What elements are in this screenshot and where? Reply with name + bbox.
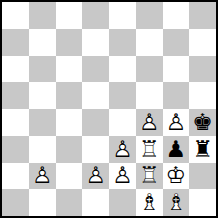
white-rook: ♜♖ bbox=[139, 138, 160, 161]
square-e7[interactable] bbox=[109, 29, 136, 56]
square-e6[interactable] bbox=[109, 56, 136, 83]
square-g6[interactable] bbox=[163, 56, 190, 83]
black-rook: ♜ bbox=[192, 138, 213, 161]
square-d8[interactable] bbox=[82, 2, 109, 29]
square-e8[interactable] bbox=[109, 2, 136, 29]
square-a4[interactable] bbox=[2, 109, 29, 136]
square-a8[interactable] bbox=[2, 2, 29, 29]
square-b8[interactable] bbox=[29, 2, 56, 29]
white-pawn: ♟♙ bbox=[139, 111, 160, 134]
square-c2[interactable] bbox=[56, 163, 83, 190]
square-a6[interactable] bbox=[2, 56, 29, 83]
black-pawn: ♟ bbox=[166, 138, 187, 161]
square-a2[interactable] bbox=[2, 163, 29, 190]
square-c6[interactable] bbox=[56, 56, 83, 83]
square-c8[interactable] bbox=[56, 2, 83, 29]
white-bishop: ♝♗ bbox=[139, 191, 160, 214]
square-d3[interactable] bbox=[82, 136, 109, 163]
square-f3[interactable]: ♜♖ bbox=[136, 136, 163, 163]
square-h3[interactable]: ♜ bbox=[189, 136, 216, 163]
square-c7[interactable] bbox=[56, 29, 83, 56]
square-c4[interactable] bbox=[56, 109, 83, 136]
square-g4[interactable]: ♟♙ bbox=[163, 109, 190, 136]
white-king: ♚♔ bbox=[166, 164, 187, 187]
square-f7[interactable] bbox=[136, 29, 163, 56]
square-b7[interactable] bbox=[29, 29, 56, 56]
white-pawn: ♟♙ bbox=[166, 111, 187, 134]
square-h1[interactable] bbox=[189, 189, 216, 216]
square-b3[interactable] bbox=[29, 136, 56, 163]
square-h7[interactable] bbox=[189, 29, 216, 56]
square-b5[interactable] bbox=[29, 82, 56, 109]
square-c1[interactable] bbox=[56, 189, 83, 216]
black-king: ♚ bbox=[192, 111, 213, 134]
chess-board: ♟♙♟♙♚♟♙♜♖♟♜♟♙♟♙♟♙♜♖♚♔♝♗♝♗ bbox=[0, 0, 218, 218]
square-e3[interactable]: ♟♙ bbox=[109, 136, 136, 163]
square-f1[interactable]: ♝♗ bbox=[136, 189, 163, 216]
square-b4[interactable] bbox=[29, 109, 56, 136]
white-bishop: ♝♗ bbox=[166, 191, 187, 214]
square-f4[interactable]: ♟♙ bbox=[136, 109, 163, 136]
square-d2[interactable]: ♟♙ bbox=[82, 163, 109, 190]
white-pawn: ♟♙ bbox=[32, 164, 53, 187]
square-g8[interactable] bbox=[163, 2, 190, 29]
square-f8[interactable] bbox=[136, 2, 163, 29]
square-g5[interactable] bbox=[163, 82, 190, 109]
square-h4[interactable]: ♚ bbox=[189, 109, 216, 136]
square-h6[interactable] bbox=[189, 56, 216, 83]
square-f2[interactable]: ♜♖ bbox=[136, 163, 163, 190]
square-g3[interactable]: ♟ bbox=[163, 136, 190, 163]
square-g7[interactable] bbox=[163, 29, 190, 56]
square-e2[interactable]: ♟♙ bbox=[109, 163, 136, 190]
white-pawn: ♟♙ bbox=[85, 164, 106, 187]
square-c5[interactable] bbox=[56, 82, 83, 109]
square-f6[interactable] bbox=[136, 56, 163, 83]
square-g2[interactable]: ♚♔ bbox=[163, 163, 190, 190]
square-a3[interactable] bbox=[2, 136, 29, 163]
square-a1[interactable] bbox=[2, 189, 29, 216]
square-a7[interactable] bbox=[2, 29, 29, 56]
chess-diagram: ♟♙♟♙♚♟♙♜♖♟♜♟♙♟♙♟♙♜♖♚♔♝♗♝♗ bbox=[0, 0, 218, 218]
square-e5[interactable] bbox=[109, 82, 136, 109]
white-rook: ♜♖ bbox=[139, 164, 160, 187]
white-pawn: ♟♙ bbox=[112, 164, 133, 187]
square-d7[interactable] bbox=[82, 29, 109, 56]
square-d6[interactable] bbox=[82, 56, 109, 83]
square-c3[interactable] bbox=[56, 136, 83, 163]
square-g1[interactable]: ♝♗ bbox=[163, 189, 190, 216]
square-d4[interactable] bbox=[82, 109, 109, 136]
square-b6[interactable] bbox=[29, 56, 56, 83]
square-b1[interactable] bbox=[29, 189, 56, 216]
square-a5[interactable] bbox=[2, 82, 29, 109]
square-h8[interactable] bbox=[189, 2, 216, 29]
square-b2[interactable]: ♟♙ bbox=[29, 163, 56, 190]
square-e1[interactable] bbox=[109, 189, 136, 216]
white-pawn: ♟♙ bbox=[112, 138, 133, 161]
square-f5[interactable] bbox=[136, 82, 163, 109]
square-d1[interactable] bbox=[82, 189, 109, 216]
square-h2[interactable] bbox=[189, 163, 216, 190]
square-e4[interactable] bbox=[109, 109, 136, 136]
square-h5[interactable] bbox=[189, 82, 216, 109]
square-d5[interactable] bbox=[82, 82, 109, 109]
